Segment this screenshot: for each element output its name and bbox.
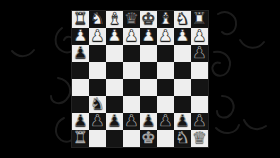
piece-white-rook[interactable]: ♜: [72, 10, 89, 27]
square-a6[interactable]: ♟: [72, 45, 89, 62]
piece-white-rook[interactable]: ♜: [191, 10, 208, 27]
piece-white-pawn[interactable]: ♟: [191, 27, 208, 44]
piece-black-pawn[interactable]: ♟: [140, 112, 157, 129]
piece-white-pawn[interactable]: ♟: [157, 27, 174, 44]
piece-white-pawn[interactable]: ♟: [140, 27, 157, 44]
piece-black-pawn[interactable]: ♟: [72, 112, 89, 129]
square-h1[interactable]: ♛: [191, 130, 208, 147]
square-d1[interactable]: [123, 130, 140, 147]
square-a5[interactable]: [72, 62, 89, 79]
square-b7[interactable]: ♟: [89, 28, 106, 45]
square-g6[interactable]: [174, 45, 191, 62]
piece-black-pawn[interactable]: ♟: [174, 112, 191, 129]
piece-black-knight[interactable]: ♞: [174, 129, 191, 146]
piece-black-pawn[interactable]: ♟: [106, 112, 123, 129]
square-c5[interactable]: [106, 62, 123, 79]
square-d7[interactable]: ♟: [123, 28, 140, 45]
piece-white-pawn[interactable]: ♟: [72, 27, 89, 44]
piece-black-knight[interactable]: ♞: [89, 95, 106, 112]
square-f7[interactable]: ♟: [157, 28, 174, 45]
square-a4[interactable]: [72, 79, 89, 96]
square-e5[interactable]: [140, 62, 157, 79]
piece-black-queen[interactable]: ♛: [191, 129, 208, 146]
piece-white-bishop[interactable]: ♝: [106, 10, 123, 27]
square-b1[interactable]: [89, 130, 106, 147]
piece-white-pawn[interactable]: ♟: [106, 27, 123, 44]
square-c7[interactable]: ♟: [106, 28, 123, 45]
square-c4[interactable]: [106, 79, 123, 96]
piece-black-pawn[interactable]: ♟: [123, 112, 140, 129]
square-g7[interactable]: ♟: [174, 28, 191, 45]
piece-white-pawn[interactable]: ♟: [174, 27, 191, 44]
square-f2[interactable]: ♟: [157, 113, 174, 130]
piece-black-pawn[interactable]: ♟: [191, 112, 208, 129]
square-d4[interactable]: [123, 79, 140, 96]
square-e6[interactable]: [140, 45, 157, 62]
square-b5[interactable]: [89, 62, 106, 79]
piece-black-pawn[interactable]: ♟: [157, 112, 174, 129]
square-g4[interactable]: [174, 79, 191, 96]
square-e1[interactable]: ♚: [140, 130, 157, 147]
square-b6[interactable]: [89, 45, 106, 62]
square-b2[interactable]: ♟: [89, 113, 106, 130]
square-h4[interactable]: [191, 79, 208, 96]
piece-white-knight[interactable]: ♞: [174, 10, 191, 27]
square-f1[interactable]: [157, 130, 174, 147]
piece-white-pawn[interactable]: ♟: [89, 27, 106, 44]
chess-board[interactable]: ♜♞♝♛♚♝♞♜♟♟♟♟♟♟♟♟♟♟♞♟♟♟♟♟♟♟♟♜♚♞♛: [72, 11, 208, 147]
square-c2[interactable]: ♟: [106, 113, 123, 130]
piece-black-rook[interactable]: ♜: [72, 129, 89, 146]
square-h5[interactable]: [191, 62, 208, 79]
square-d2[interactable]: ♟: [123, 113, 140, 130]
square-f4[interactable]: [157, 79, 174, 96]
square-a1[interactable]: ♜: [72, 130, 89, 147]
piece-white-king[interactable]: ♚: [140, 10, 157, 27]
piece-black-pawn[interactable]: ♟: [191, 44, 208, 61]
square-c6[interactable]: [106, 45, 123, 62]
square-g5[interactable]: [174, 62, 191, 79]
piece-white-pawn[interactable]: ♟: [123, 27, 140, 44]
square-h6[interactable]: ♟: [191, 45, 208, 62]
square-d5[interactable]: [123, 62, 140, 79]
piece-black-king[interactable]: ♚: [140, 129, 157, 146]
piece-black-pawn[interactable]: ♟: [72, 44, 89, 61]
piece-white-knight[interactable]: ♞: [89, 10, 106, 27]
square-f5[interactable]: [157, 62, 174, 79]
square-d6[interactable]: [123, 45, 140, 62]
piece-white-queen[interactable]: ♛: [123, 10, 140, 27]
piece-black-pawn[interactable]: ♟: [89, 112, 106, 129]
game-screen: ♜♞♝♛♚♝♞♜♟♟♟♟♟♟♟♟♟♟♞♟♟♟♟♟♟♟♟♜♚♞♛: [0, 0, 280, 158]
square-e7[interactable]: ♟: [140, 28, 157, 45]
square-e4[interactable]: [140, 79, 157, 96]
square-c1[interactable]: [106, 130, 123, 147]
square-f6[interactable]: [157, 45, 174, 62]
square-g1[interactable]: ♞: [174, 130, 191, 147]
piece-white-bishop[interactable]: ♝: [157, 10, 174, 27]
